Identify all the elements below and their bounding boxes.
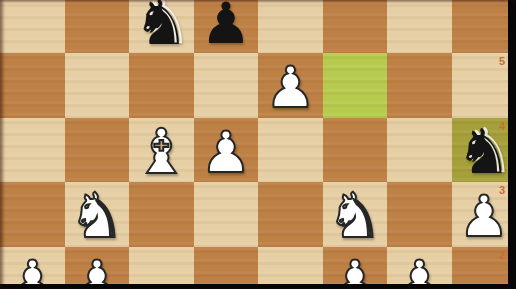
square-b5[interactable]: [65, 53, 130, 118]
white-knight-piece[interactable]: ♞: [327, 184, 383, 249]
rank-label-6: 6: [499, 0, 505, 3]
square-e2[interactable]: [258, 247, 323, 289]
square-a3[interactable]: [0, 182, 65, 247]
square-g5[interactable]: [387, 53, 452, 118]
white-pawn-piece[interactable]: ♟: [265, 55, 316, 120]
square-a2[interactable]: ♟: [0, 247, 65, 289]
square-c2[interactable]: [129, 247, 194, 289]
square-c5[interactable]: [129, 53, 194, 118]
square-g4[interactable]: [387, 118, 452, 183]
white-pawn-piece[interactable]: ♟: [7, 249, 58, 289]
square-g6[interactable]: [387, 0, 452, 53]
square-a4[interactable]: [0, 118, 65, 183]
white-pawn-piece[interactable]: ♟: [200, 120, 251, 185]
black-knight-piece[interactable]: ♞: [133, 0, 189, 55]
square-e5[interactable]: ♟: [258, 53, 323, 118]
square-h2[interactable]: 2: [452, 247, 516, 289]
square-d5[interactable]: [194, 53, 259, 118]
square-d3[interactable]: [194, 182, 259, 247]
rank-label-4: 4: [499, 120, 505, 132]
square-f4[interactable]: [323, 118, 388, 183]
square-f5[interactable]: [323, 53, 388, 118]
square-d4[interactable]: ♟: [194, 118, 259, 183]
square-c4[interactable]: ♝: [129, 118, 194, 183]
square-e4[interactable]: [258, 118, 323, 183]
square-c3[interactable]: [129, 182, 194, 247]
square-b3[interactable]: ♞: [65, 182, 130, 247]
square-b6[interactable]: [65, 0, 130, 53]
square-h3[interactable]: ♟3: [452, 182, 516, 247]
square-f2[interactable]: ♟: [323, 247, 388, 289]
black-pawn-piece[interactable]: ♟: [200, 0, 251, 55]
square-f6[interactable]: [323, 0, 388, 53]
square-b4[interactable]: [65, 118, 130, 183]
white-pawn-piece[interactable]: ♟: [394, 249, 445, 289]
square-h4[interactable]: ♞4: [452, 118, 516, 183]
square-d2[interactable]: [194, 247, 259, 289]
square-e3[interactable]: [258, 182, 323, 247]
square-f3[interactable]: ♞: [323, 182, 388, 247]
rank-label-3: 3: [499, 184, 505, 196]
letterbox-right-bar: [508, 0, 516, 289]
square-g2[interactable]: ♟: [387, 247, 452, 289]
square-g3[interactable]: [387, 182, 452, 247]
square-a6[interactable]: [0, 0, 65, 53]
white-bishop-piece[interactable]: ♝: [133, 120, 189, 185]
rank-label-2: 2: [499, 249, 505, 261]
square-b2[interactable]: ♟: [65, 247, 130, 289]
square-e6[interactable]: [258, 0, 323, 53]
square-h6[interactable]: 6: [452, 0, 516, 53]
chess-board-viewport: ♞♟6♟5♝♟♞4♞♞♟3♟♟♟♟2: [0, 0, 516, 289]
square-h5[interactable]: 5: [452, 53, 516, 118]
square-a5[interactable]: [0, 53, 65, 118]
letterbox-bottom-bar: [0, 284, 516, 289]
white-knight-piece[interactable]: ♞: [69, 184, 125, 249]
chess-board: ♞♟6♟5♝♟♞4♞♞♟3♟♟♟♟2: [0, 0, 516, 289]
square-d6[interactable]: ♟: [194, 0, 259, 53]
square-c6[interactable]: ♞: [129, 0, 194, 53]
white-pawn-piece[interactable]: ♟: [71, 249, 122, 289]
rank-label-5: 5: [499, 55, 505, 67]
white-pawn-piece[interactable]: ♟: [329, 249, 380, 289]
